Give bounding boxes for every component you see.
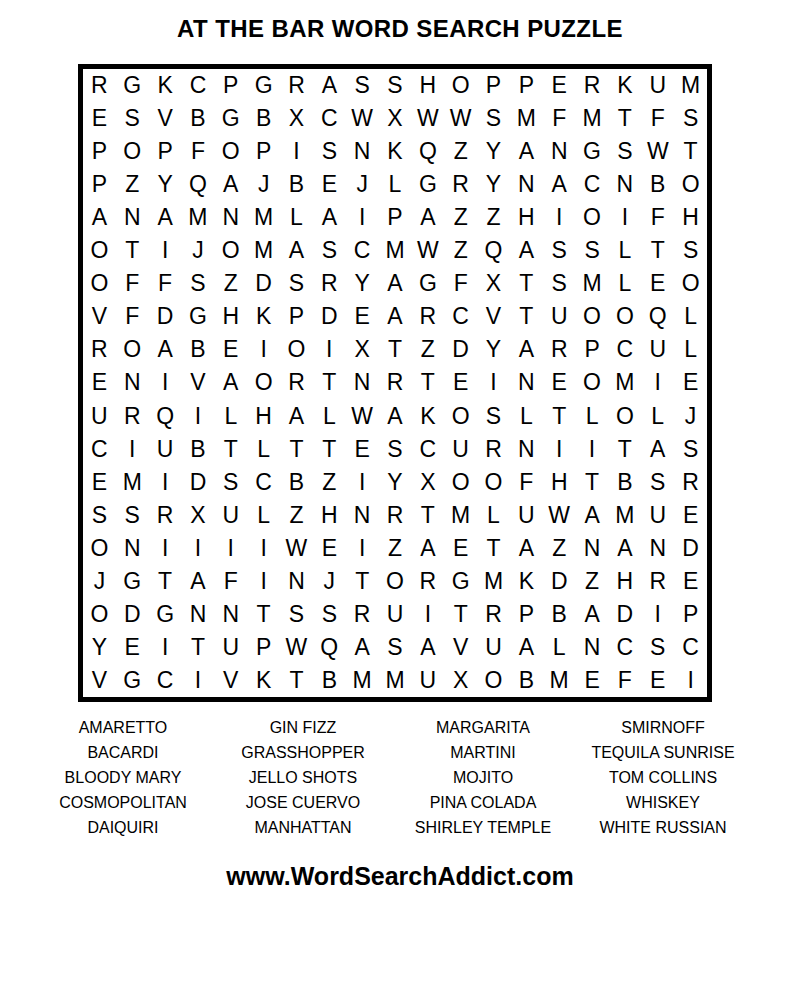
grid-cell: U xyxy=(641,499,674,532)
grid-cell: H xyxy=(214,300,247,333)
grid-cell: L xyxy=(477,499,510,532)
grid-cell: R xyxy=(379,499,412,532)
grid-cell: I xyxy=(149,631,182,664)
grid-cell: S xyxy=(477,400,510,433)
grid-cell: T xyxy=(313,366,346,399)
grid-cell: D xyxy=(313,300,346,333)
grid-cell: L xyxy=(510,400,543,433)
grid-cell: S xyxy=(313,135,346,168)
grid-cell: Z xyxy=(313,466,346,499)
grid-cell: T xyxy=(608,102,641,135)
grid-cell: J xyxy=(313,565,346,598)
grid-cell: F xyxy=(608,664,641,697)
grid-cell: O xyxy=(576,201,609,234)
grid-cell: C xyxy=(674,631,707,664)
grid-cell: B xyxy=(182,433,215,466)
grid-cell: Q xyxy=(313,631,346,664)
grid-cell: L xyxy=(247,499,280,532)
website-url: www.WordSearchAddict.com xyxy=(0,862,800,890)
grid-cell: I xyxy=(182,400,215,433)
grid-cell: E xyxy=(674,565,707,598)
grid-cell: I xyxy=(149,366,182,399)
grid-cell: D xyxy=(182,466,215,499)
grid-cell: S xyxy=(116,102,149,135)
word-list-column: GIN FIZZGRASSHOPPERJELLO SHOTSJOSE CUERV… xyxy=(213,715,393,841)
grid-cell: F xyxy=(182,135,215,168)
grid-cell: C xyxy=(608,333,641,366)
grid-cell: K xyxy=(608,69,641,102)
grid-cell: F xyxy=(543,102,576,135)
grid-cell: L xyxy=(608,267,641,300)
grid-cell: M xyxy=(608,366,641,399)
grid-cell: Z xyxy=(576,565,609,598)
grid-cell: P xyxy=(149,135,182,168)
grid-cell: U xyxy=(214,631,247,664)
word-list-item: GRASSHOPPER xyxy=(213,740,393,765)
grid-cell: I xyxy=(149,532,182,565)
grid-cell: M xyxy=(247,234,280,267)
grid-cell: T xyxy=(116,234,149,267)
grid-cell: F xyxy=(641,201,674,234)
grid-cell: S xyxy=(379,631,412,664)
grid-cell: M xyxy=(247,201,280,234)
grid-cell: O xyxy=(116,135,149,168)
grid-cell: R xyxy=(641,565,674,598)
grid-cell: A xyxy=(280,400,313,433)
grid-cell: W xyxy=(411,234,444,267)
grid-cell: Z xyxy=(411,333,444,366)
grid-cell: N xyxy=(116,201,149,234)
grid-cell: A xyxy=(411,532,444,565)
grid-cell: G xyxy=(247,69,280,102)
grid-cell: H xyxy=(510,201,543,234)
grid-cell: J xyxy=(674,400,707,433)
grid-cell: I xyxy=(346,201,379,234)
grid-cell: F xyxy=(444,267,477,300)
grid-cell: S xyxy=(116,499,149,532)
grid-cell: T xyxy=(313,433,346,466)
grid-cell: A xyxy=(149,333,182,366)
grid-cell: I xyxy=(641,366,674,399)
grid-cell: E xyxy=(83,102,116,135)
grid-cell: O xyxy=(83,234,116,267)
word-list-item: JOSE CUERVO xyxy=(213,790,393,815)
grid-cell: B xyxy=(510,664,543,697)
grid-cell: N xyxy=(510,366,543,399)
grid-cell: O xyxy=(576,300,609,333)
grid-cell: X xyxy=(411,466,444,499)
grid-cell: R xyxy=(444,168,477,201)
grid-cell: E xyxy=(214,333,247,366)
grid-cell: K xyxy=(247,300,280,333)
grid-cell: T xyxy=(444,598,477,631)
grid-cell: G xyxy=(411,168,444,201)
grid-cell: A xyxy=(510,135,543,168)
grid-cell: S xyxy=(543,234,576,267)
word-list-item: BLOODY MARY xyxy=(33,765,213,790)
grid-cell: C xyxy=(411,433,444,466)
grid-cell: S xyxy=(214,466,247,499)
grid-cell: A xyxy=(182,565,215,598)
grid-cell: O xyxy=(379,565,412,598)
grid-cell: C xyxy=(444,300,477,333)
grid-cell: A xyxy=(576,499,609,532)
grid-cell: C xyxy=(247,466,280,499)
grid-cell: R xyxy=(83,69,116,102)
grid-cell: H xyxy=(247,400,280,433)
grid-cell: R xyxy=(576,69,609,102)
grid-cell: O xyxy=(247,366,280,399)
grid-cell: B xyxy=(641,168,674,201)
grid-cell: V xyxy=(83,664,116,697)
grid-cell: W xyxy=(280,532,313,565)
grid-cell: Q xyxy=(182,168,215,201)
word-list-item: WHITE RUSSIAN xyxy=(573,815,753,840)
grid-cell: U xyxy=(641,333,674,366)
grid-cell: I xyxy=(346,532,379,565)
grid-cell: G xyxy=(149,598,182,631)
word-list-column: AMARETTOBACARDIBLOODY MARYCOSMOPOLITANDA… xyxy=(33,715,213,841)
grid-cell: A xyxy=(214,366,247,399)
grid-cell: R xyxy=(411,565,444,598)
grid-cell: E xyxy=(641,664,674,697)
grid-cell: N xyxy=(641,532,674,565)
grid-cell: O xyxy=(444,466,477,499)
grid-cell: X xyxy=(379,102,412,135)
grid-cell: O xyxy=(83,267,116,300)
grid-cell: H xyxy=(411,69,444,102)
grid-cell: W xyxy=(346,102,379,135)
grid-cell: G xyxy=(411,267,444,300)
grid-cell: M xyxy=(608,499,641,532)
grid-cell: G xyxy=(116,565,149,598)
grid-cell: O xyxy=(477,664,510,697)
grid-cell: C xyxy=(576,168,609,201)
grid-cell: M xyxy=(576,267,609,300)
word-list-item: GIN FIZZ xyxy=(213,715,393,740)
word-list-item: TEQUILA SUNRISE xyxy=(573,740,753,765)
grid-cell: N xyxy=(576,532,609,565)
grid-cell: E xyxy=(444,532,477,565)
grid-cell: W xyxy=(444,102,477,135)
grid-cell: A xyxy=(149,201,182,234)
grid-cell: S xyxy=(641,466,674,499)
grid-cell: L xyxy=(280,201,313,234)
grid-cell: U xyxy=(214,499,247,532)
grid-cell: T xyxy=(674,135,707,168)
word-list-item: DAIQUIRI xyxy=(33,815,213,840)
grid-cell: R xyxy=(280,69,313,102)
grid-cell: E xyxy=(576,664,609,697)
grid-cell: C xyxy=(608,631,641,664)
grid-cell: N xyxy=(214,598,247,631)
grid-cell: O xyxy=(674,267,707,300)
grid-cell: S xyxy=(576,234,609,267)
grid-cell: P xyxy=(477,69,510,102)
grid-cell: R xyxy=(543,333,576,366)
grid-cell: R xyxy=(411,300,444,333)
grid-cell: L xyxy=(543,631,576,664)
grid-cell: W xyxy=(543,499,576,532)
grid-cell: I xyxy=(247,565,280,598)
word-list-item: TOM COLLINS xyxy=(573,765,753,790)
grid-cell: F xyxy=(214,565,247,598)
grid-cell: S xyxy=(674,102,707,135)
grid-cell: D xyxy=(543,565,576,598)
grid-cell: C xyxy=(149,664,182,697)
grid-cell: K xyxy=(411,400,444,433)
grid-cell: N xyxy=(510,168,543,201)
grid-cell: M xyxy=(444,499,477,532)
grid-cell: S xyxy=(280,267,313,300)
grid-cell: Y xyxy=(83,631,116,664)
grid-cell: R xyxy=(674,466,707,499)
grid-cell: A xyxy=(346,631,379,664)
grid-cell: D xyxy=(444,333,477,366)
grid-cell: U xyxy=(641,69,674,102)
grid-cell: P xyxy=(83,135,116,168)
grid-cell: F xyxy=(641,102,674,135)
grid-cell: T xyxy=(247,598,280,631)
grid-cell: B xyxy=(313,664,346,697)
grid-cell: L xyxy=(576,400,609,433)
grid-cell: I xyxy=(346,466,379,499)
grid-cell: Z xyxy=(379,532,412,565)
grid-cell: M xyxy=(674,69,707,102)
grid-cell: L xyxy=(247,433,280,466)
grid-cell: U xyxy=(379,598,412,631)
grid-cell: A xyxy=(214,168,247,201)
grid-cell: I xyxy=(214,532,247,565)
grid-cell: T xyxy=(182,631,215,664)
grid-cell: O xyxy=(214,234,247,267)
grid-cell: O xyxy=(444,400,477,433)
word-list-item: COSMOPOLITAN xyxy=(33,790,213,815)
grid-cell: A xyxy=(411,201,444,234)
grid-cell: S xyxy=(608,135,641,168)
word-list-item: MARTINI xyxy=(393,740,573,765)
grid-cell: E xyxy=(83,466,116,499)
grid-cell: P xyxy=(247,135,280,168)
grid-cell: Z xyxy=(116,168,149,201)
grid-cell: J xyxy=(346,168,379,201)
grid-cell: Q xyxy=(149,400,182,433)
grid-cell: D xyxy=(247,267,280,300)
grid-cell: D xyxy=(116,598,149,631)
grid-cell: Z xyxy=(214,267,247,300)
grid-cell: T xyxy=(346,565,379,598)
grid-cell: A xyxy=(510,532,543,565)
grid-cell: R xyxy=(313,267,346,300)
grid-cell: A xyxy=(313,69,346,102)
grid-cell: T xyxy=(608,433,641,466)
grid-cell: E xyxy=(83,366,116,399)
grid-cell: W xyxy=(641,135,674,168)
grid-cell: W xyxy=(280,631,313,664)
grid-cell: Z xyxy=(444,234,477,267)
grid-cell: A xyxy=(379,300,412,333)
grid-cell: U xyxy=(83,400,116,433)
grid-cell: N xyxy=(116,366,149,399)
grid-cell: S xyxy=(674,433,707,466)
grid-cell: A xyxy=(411,631,444,664)
grid-cell: E xyxy=(674,499,707,532)
grid-cell: T xyxy=(214,433,247,466)
grid-cell: R xyxy=(477,598,510,631)
grid-cell: W xyxy=(411,102,444,135)
grid-cell: A xyxy=(379,400,412,433)
grid-cell: O xyxy=(116,333,149,366)
grid-cell: I xyxy=(411,598,444,631)
grid-cell: N xyxy=(608,168,641,201)
grid-cell: T xyxy=(543,400,576,433)
grid-cell: N xyxy=(182,598,215,631)
grid-cell: N xyxy=(346,135,379,168)
grid-cell: K xyxy=(149,69,182,102)
grid-cell: G xyxy=(116,69,149,102)
puzzle-page: AT THE BAR WORD SEARCH PUZZLE RGKCPGRASS… xyxy=(0,0,800,1000)
grid-cell: Y xyxy=(149,168,182,201)
grid-cell: E xyxy=(444,366,477,399)
word-list-item: BACARDI xyxy=(33,740,213,765)
grid-cell: X xyxy=(182,499,215,532)
grid-cell: W xyxy=(346,400,379,433)
grid-cell: T xyxy=(510,267,543,300)
grid-cell: I xyxy=(247,333,280,366)
grid-cell: P xyxy=(280,300,313,333)
grid-cell: F xyxy=(510,466,543,499)
grid-cell: I xyxy=(543,433,576,466)
grid-cell: T xyxy=(280,433,313,466)
grid-cell: S xyxy=(83,499,116,532)
grid-cell: Y xyxy=(477,168,510,201)
grid-cell: M xyxy=(510,102,543,135)
grid-cell: T xyxy=(280,664,313,697)
grid-cell: N xyxy=(510,433,543,466)
grid-cell: I xyxy=(116,433,149,466)
grid-cell: Y xyxy=(477,333,510,366)
grid-cell: E xyxy=(313,168,346,201)
grid-cell: D xyxy=(149,300,182,333)
word-list-item: AMARETTO xyxy=(33,715,213,740)
word-list-item: SHIRLEY TEMPLE xyxy=(393,815,573,840)
grid-cell: I xyxy=(182,664,215,697)
word-list-item: JELLO SHOTS xyxy=(213,765,393,790)
grid-cell: E xyxy=(543,366,576,399)
grid-cell: V xyxy=(214,664,247,697)
grid-cell: V xyxy=(83,300,116,333)
grid-cell: M xyxy=(543,664,576,697)
grid-cell: U xyxy=(477,631,510,664)
grid-cell: B xyxy=(608,466,641,499)
grid-cell: P xyxy=(83,168,116,201)
grid-cell: T xyxy=(379,333,412,366)
grid-cell: V xyxy=(149,102,182,135)
grid-cell: Q xyxy=(411,135,444,168)
grid-cell: G xyxy=(444,565,477,598)
grid-cell: Q xyxy=(641,300,674,333)
grid-cell: H xyxy=(674,201,707,234)
grid-cell: D xyxy=(608,598,641,631)
grid-cell: R xyxy=(346,598,379,631)
word-search-grid: RGKCPGRASSHOPPERKUMESVBGBXCWXWWSMFMTFSPO… xyxy=(78,64,712,702)
grid-cell: A xyxy=(576,598,609,631)
word-list-column: SMIRNOFFTEQUILA SUNRISETOM COLLINSWHISKE… xyxy=(573,715,753,841)
grid-cell: B xyxy=(280,168,313,201)
grid-cell: G xyxy=(116,664,149,697)
word-list-item: MOJITO xyxy=(393,765,573,790)
grid-cell: L xyxy=(641,400,674,433)
grid-cell: H xyxy=(608,565,641,598)
grid-cell: O xyxy=(83,598,116,631)
grid-cell: Q xyxy=(477,234,510,267)
grid-cell: S xyxy=(674,234,707,267)
grid-cell: O xyxy=(576,366,609,399)
grid-cell: O xyxy=(83,532,116,565)
grid-cell: A xyxy=(510,631,543,664)
grid-cell: L xyxy=(379,168,412,201)
grid-cell: S xyxy=(543,267,576,300)
grid-cell: U xyxy=(149,433,182,466)
grid-cell: L xyxy=(608,234,641,267)
grid-cell: C xyxy=(313,102,346,135)
grid-cell: X xyxy=(444,664,477,697)
grid-cell: O xyxy=(608,400,641,433)
grid-cell: L xyxy=(214,400,247,433)
word-list: AMARETTOBACARDIBLOODY MARYCOSMOPOLITANDA… xyxy=(33,715,753,841)
grid-cell: U xyxy=(543,300,576,333)
grid-cell: J xyxy=(247,168,280,201)
grid-cell: E xyxy=(346,300,379,333)
grid-cell: I xyxy=(641,598,674,631)
grid-cell: T xyxy=(411,366,444,399)
grid-cell: R xyxy=(379,366,412,399)
grid-cell: R xyxy=(83,333,116,366)
grid-cell: R xyxy=(280,366,313,399)
grid-cell: A xyxy=(641,433,674,466)
grid-cell: E xyxy=(116,631,149,664)
grid-cell: I xyxy=(313,333,346,366)
grid-cell: N xyxy=(543,135,576,168)
grid-cell: P xyxy=(214,69,247,102)
grid-cell: E xyxy=(346,433,379,466)
grid-cell: S xyxy=(346,69,379,102)
word-list-item: MARGARITA xyxy=(393,715,573,740)
grid-cell: S xyxy=(379,433,412,466)
grid-cell: T xyxy=(576,466,609,499)
grid-cell: U xyxy=(510,499,543,532)
grid-cell: C xyxy=(83,433,116,466)
grid-cell: P xyxy=(576,333,609,366)
grid-cell: P xyxy=(247,631,280,664)
grid-cell: R xyxy=(477,433,510,466)
grid-cell: M xyxy=(477,565,510,598)
grid-cell: I xyxy=(247,532,280,565)
grid-cell: G xyxy=(576,135,609,168)
grid-cell: N xyxy=(214,201,247,234)
grid-cell: Z xyxy=(444,201,477,234)
grid-cell: T xyxy=(477,532,510,565)
grid-cell: A xyxy=(510,234,543,267)
grid-cell: E xyxy=(674,366,707,399)
grid-cell: J xyxy=(182,234,215,267)
grid-cell: E xyxy=(313,532,346,565)
grid-cell: E xyxy=(543,69,576,102)
grid-cell: R xyxy=(116,400,149,433)
grid-cell: F xyxy=(149,267,182,300)
puzzle-title: AT THE BAR WORD SEARCH PUZZLE xyxy=(0,12,800,46)
grid-cell: I xyxy=(608,201,641,234)
